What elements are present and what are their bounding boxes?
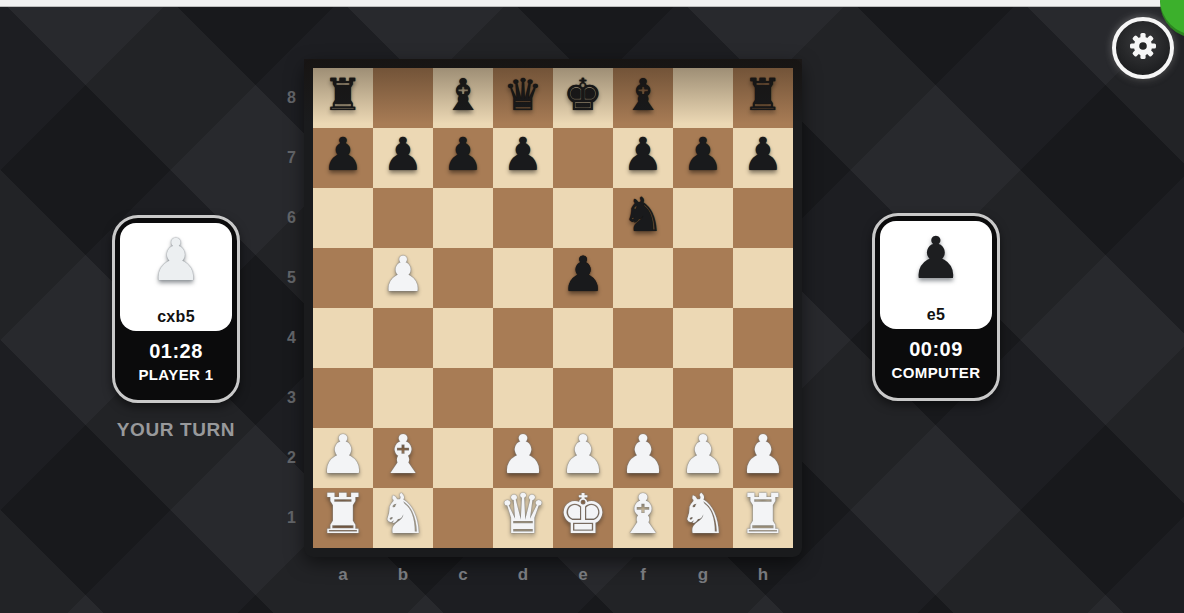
square-c1[interactable] bbox=[433, 488, 493, 548]
piece-white-knight[interactable]: ♞ bbox=[373, 485, 433, 545]
square-f1[interactable]: ♝ bbox=[613, 488, 673, 548]
piece-white-rook[interactable]: ♜ bbox=[313, 485, 373, 545]
gear-icon bbox=[1127, 30, 1159, 66]
square-c7[interactable]: ♟ bbox=[433, 128, 493, 188]
piece-black-pawn[interactable]: ♟ bbox=[613, 125, 673, 185]
square-d8[interactable]: ♛ bbox=[493, 68, 553, 128]
square-g1[interactable]: ♞ bbox=[673, 488, 733, 548]
square-d6[interactable] bbox=[493, 188, 553, 248]
piece-white-pawn[interactable]: ♟ bbox=[373, 245, 433, 305]
piece-white-king[interactable]: ♚ bbox=[553, 485, 613, 545]
computer-card: ♟ e5 00:09 COMPUTER bbox=[872, 213, 1000, 401]
computer-last-move: e5 bbox=[880, 306, 992, 324]
square-e4[interactable] bbox=[553, 308, 613, 368]
square-h7[interactable]: ♟ bbox=[733, 128, 793, 188]
rank-label-4: 4 bbox=[272, 308, 296, 368]
square-a3[interactable] bbox=[313, 368, 373, 428]
player1-card: ♟ cxb5 01:28 PLAYER 1 bbox=[112, 215, 240, 403]
square-h4[interactable] bbox=[733, 308, 793, 368]
file-label-b: b bbox=[373, 562, 433, 588]
square-b6[interactable] bbox=[373, 188, 433, 248]
square-f5[interactable] bbox=[613, 248, 673, 308]
square-b7[interactable]: ♟ bbox=[373, 128, 433, 188]
square-a2[interactable]: ♟ bbox=[313, 428, 373, 488]
player1-name: PLAYER 1 bbox=[115, 366, 237, 383]
square-h2[interactable]: ♟ bbox=[733, 428, 793, 488]
file-label-f: f bbox=[613, 562, 673, 588]
square-a4[interactable] bbox=[313, 308, 373, 368]
player1-last-move: cxb5 bbox=[120, 308, 232, 326]
rank-label-6: 6 bbox=[272, 188, 296, 248]
square-g2[interactable]: ♟ bbox=[673, 428, 733, 488]
square-a5[interactable] bbox=[313, 248, 373, 308]
rank-label-8: 8 bbox=[272, 68, 296, 128]
piece-black-queen[interactable]: ♛ bbox=[493, 65, 553, 125]
square-b3[interactable] bbox=[373, 368, 433, 428]
rank-label-5: 5 bbox=[272, 248, 296, 308]
rank-label-1: 1 bbox=[272, 488, 296, 548]
square-d7[interactable]: ♟ bbox=[493, 128, 553, 188]
computer-last-move-tile: ♟ e5 bbox=[880, 221, 992, 329]
square-f7[interactable]: ♟ bbox=[613, 128, 673, 188]
computer-name: COMPUTER bbox=[875, 364, 997, 381]
square-a8[interactable]: ♜ bbox=[313, 68, 373, 128]
file-label-d: d bbox=[493, 562, 553, 588]
piece-white-knight[interactable]: ♞ bbox=[673, 485, 733, 545]
square-g6[interactable] bbox=[673, 188, 733, 248]
square-e3[interactable] bbox=[553, 368, 613, 428]
piece-black-pawn[interactable]: ♟ bbox=[313, 125, 373, 185]
player1-last-move-tile: ♟ cxb5 bbox=[120, 223, 232, 331]
chess-app-screen: 87654321 ♜♝♛♚♝♜♟♟♟♟♟♟♟♞♟♟♟♝♟♟♟♟♟♜♞♛♚♝♞♜ … bbox=[0, 0, 1184, 613]
square-h5[interactable] bbox=[733, 248, 793, 308]
settings-button[interactable] bbox=[1112, 17, 1174, 79]
square-c8[interactable]: ♝ bbox=[433, 68, 493, 128]
file-label-a: a bbox=[313, 562, 373, 588]
piece-white-rook[interactable]: ♜ bbox=[733, 485, 793, 545]
square-c2[interactable] bbox=[433, 428, 493, 488]
square-e5[interactable]: ♟ bbox=[553, 248, 613, 308]
square-e2[interactable]: ♟ bbox=[553, 428, 613, 488]
square-h8[interactable]: ♜ bbox=[733, 68, 793, 128]
square-a7[interactable]: ♟ bbox=[313, 128, 373, 188]
square-f8[interactable]: ♝ bbox=[613, 68, 673, 128]
piece-white-pawn[interactable]: ♟ bbox=[553, 425, 613, 485]
square-b2[interactable]: ♝ bbox=[373, 428, 433, 488]
square-d3[interactable] bbox=[493, 368, 553, 428]
piece-black-pawn[interactable]: ♟ bbox=[553, 245, 613, 305]
turn-status: YOUR TURN bbox=[64, 419, 288, 441]
piece-white-pawn[interactable]: ♟ bbox=[493, 425, 553, 485]
square-g4[interactable] bbox=[673, 308, 733, 368]
square-b8[interactable] bbox=[373, 68, 433, 128]
file-label-g: g bbox=[673, 562, 733, 588]
square-g8[interactable] bbox=[673, 68, 733, 128]
square-d1[interactable]: ♛ bbox=[493, 488, 553, 548]
square-c4[interactable] bbox=[433, 308, 493, 368]
square-d2[interactable]: ♟ bbox=[493, 428, 553, 488]
square-e7[interactable] bbox=[553, 128, 613, 188]
piece-white-queen[interactable]: ♛ bbox=[493, 485, 553, 545]
piece-white-bishop[interactable]: ♝ bbox=[373, 425, 433, 485]
square-e6[interactable] bbox=[553, 188, 613, 248]
piece-black-rook[interactable]: ♜ bbox=[733, 65, 793, 125]
square-g7[interactable]: ♟ bbox=[673, 128, 733, 188]
piece-white-pawn[interactable]: ♟ bbox=[673, 425, 733, 485]
square-h1[interactable]: ♜ bbox=[733, 488, 793, 548]
file-label-c: c bbox=[433, 562, 493, 588]
piece-black-pawn[interactable]: ♟ bbox=[673, 125, 733, 185]
square-d4[interactable] bbox=[493, 308, 553, 368]
square-h6[interactable] bbox=[733, 188, 793, 248]
piece-black-pawn[interactable]: ♟ bbox=[433, 125, 493, 185]
piece-black-rook[interactable]: ♜ bbox=[313, 65, 373, 125]
piece-white-pawn[interactable]: ♟ bbox=[733, 425, 793, 485]
board-frame: ♜♝♛♚♝♜♟♟♟♟♟♟♟♞♟♟♟♝♟♟♟♟♟♜♞♛♚♝♞♜ bbox=[304, 59, 802, 557]
square-d5[interactable] bbox=[493, 248, 553, 308]
file-labels: abcdefgh bbox=[313, 562, 793, 588]
window-top-strip bbox=[0, 0, 1184, 7]
square-a6[interactable] bbox=[313, 188, 373, 248]
file-label-e: e bbox=[553, 562, 613, 588]
piece-black-pawn[interactable]: ♟ bbox=[493, 125, 553, 185]
piece-black-knight[interactable]: ♞ bbox=[613, 185, 673, 245]
square-b5[interactable]: ♟ bbox=[373, 248, 433, 308]
black-pawn-icon: ♟ bbox=[910, 229, 962, 287]
square-c3[interactable] bbox=[433, 368, 493, 428]
square-f4[interactable] bbox=[613, 308, 673, 368]
rank-label-7: 7 bbox=[272, 128, 296, 188]
square-g5[interactable] bbox=[673, 248, 733, 308]
square-f3[interactable] bbox=[613, 368, 673, 428]
white-pawn-icon: ♟ bbox=[150, 231, 202, 289]
piece-black-bishop[interactable]: ♝ bbox=[433, 65, 493, 125]
square-c5[interactable] bbox=[433, 248, 493, 308]
piece-white-bishop[interactable]: ♝ bbox=[613, 485, 673, 545]
square-g3[interactable] bbox=[673, 368, 733, 428]
piece-white-pawn[interactable]: ♟ bbox=[313, 425, 373, 485]
board: ♜♝♛♚♝♜♟♟♟♟♟♟♟♞♟♟♟♝♟♟♟♟♟♜♞♛♚♝♞♜ bbox=[313, 68, 793, 548]
square-a1[interactable]: ♜ bbox=[313, 488, 373, 548]
square-h3[interactable] bbox=[733, 368, 793, 428]
square-b4[interactable] bbox=[373, 308, 433, 368]
file-label-h: h bbox=[733, 562, 793, 588]
square-b1[interactable]: ♞ bbox=[373, 488, 433, 548]
piece-black-pawn[interactable]: ♟ bbox=[373, 125, 433, 185]
piece-black-king[interactable]: ♚ bbox=[553, 65, 613, 125]
square-f2[interactable]: ♟ bbox=[613, 428, 673, 488]
rank-labels: 87654321 bbox=[272, 68, 296, 548]
player1-clock: 01:28 bbox=[115, 340, 237, 363]
computer-clock: 00:09 bbox=[875, 338, 997, 361]
piece-black-bishop[interactable]: ♝ bbox=[613, 65, 673, 125]
piece-black-pawn[interactable]: ♟ bbox=[733, 125, 793, 185]
square-f6[interactable]: ♞ bbox=[613, 188, 673, 248]
square-e1[interactable]: ♚ bbox=[553, 488, 613, 548]
square-c6[interactable] bbox=[433, 188, 493, 248]
square-e8[interactable]: ♚ bbox=[553, 68, 613, 128]
piece-white-pawn[interactable]: ♟ bbox=[613, 425, 673, 485]
